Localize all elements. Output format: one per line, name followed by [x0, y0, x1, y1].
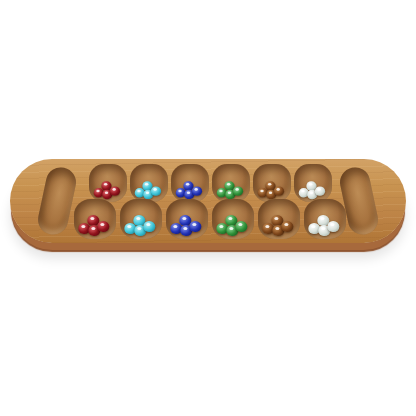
pit-top-5[interactable]	[253, 164, 291, 202]
pit-row-top	[89, 164, 332, 202]
stone-cluster-amber	[262, 215, 294, 237]
pit-bottom-5[interactable]	[258, 199, 300, 239]
mancala-board	[10, 159, 406, 243]
stone-cluster-teal	[135, 181, 162, 200]
pit-top-2[interactable]	[130, 164, 168, 202]
stone-cluster-amber	[258, 181, 285, 200]
glass-gem-amber	[281, 221, 293, 232]
stone-cluster-blue	[170, 215, 202, 237]
stone-cluster-teal	[124, 215, 156, 237]
glass-gem-teal	[151, 186, 161, 195]
glass-gem-green	[235, 221, 247, 232]
glass-gem-green	[233, 186, 243, 195]
stone-cluster-red	[78, 215, 110, 237]
pit-top-4[interactable]	[212, 164, 250, 202]
photo-background	[0, 0, 416, 416]
glass-gem-red	[110, 186, 120, 195]
glass-gem-clear	[315, 186, 325, 195]
pit-bottom-4[interactable]	[212, 199, 254, 239]
glass-gem-teal	[143, 221, 155, 232]
pit-bottom-3[interactable]	[166, 199, 208, 239]
glass-gem-amber	[274, 186, 284, 195]
glass-gem-blue	[192, 186, 202, 195]
pit-top-1[interactable]	[89, 164, 127, 202]
stone-cluster-clear	[299, 181, 326, 200]
store-left[interactable]	[35, 165, 78, 238]
pit-bottom-1[interactable]	[74, 199, 116, 239]
pit-bottom-6[interactable]	[304, 199, 346, 239]
stone-cluster-clear	[308, 215, 340, 237]
pit-row-bottom	[74, 199, 346, 239]
stone-cluster-green	[217, 181, 244, 200]
pit-top-3[interactable]	[171, 164, 209, 202]
glass-gem-red	[97, 221, 109, 232]
glass-gem-clear	[327, 221, 339, 232]
stone-cluster-red	[94, 181, 121, 200]
pit-top-6[interactable]	[294, 164, 332, 202]
pit-bottom-2[interactable]	[120, 199, 162, 239]
glass-gem-blue	[189, 221, 201, 232]
stone-cluster-green	[216, 215, 248, 237]
stone-cluster-blue	[176, 181, 203, 200]
